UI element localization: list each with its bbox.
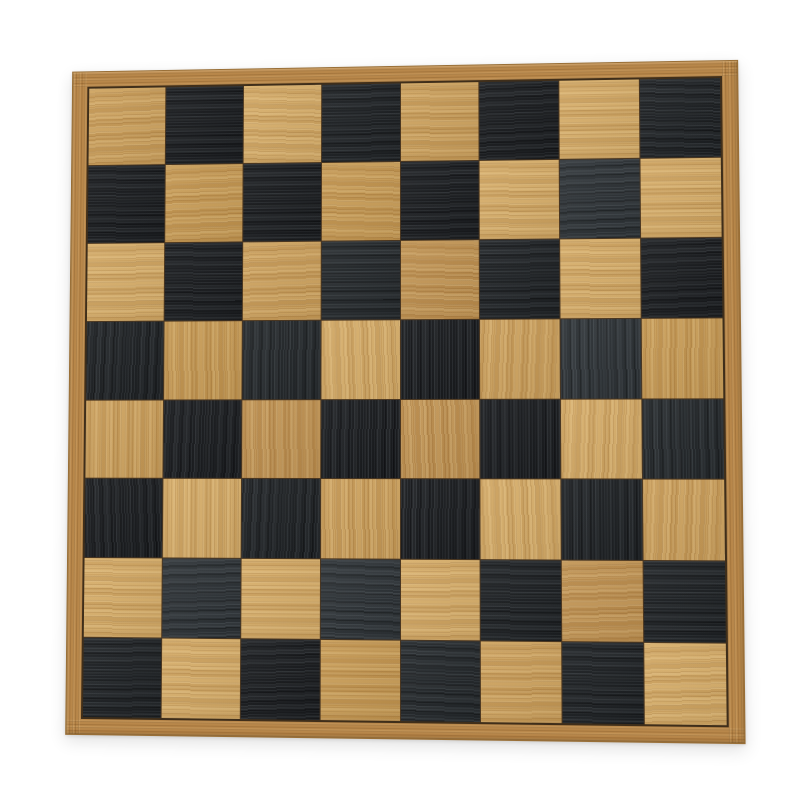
square-c3 bbox=[241, 479, 319, 558]
square-g6 bbox=[560, 238, 640, 318]
square-g1 bbox=[562, 642, 643, 724]
square-h4 bbox=[642, 399, 724, 479]
square-h5 bbox=[642, 318, 723, 398]
square-g4 bbox=[561, 399, 642, 479]
square-c2 bbox=[241, 559, 320, 639]
square-d6 bbox=[321, 241, 399, 320]
square-d8 bbox=[322, 83, 400, 161]
board-perspective-wrapper bbox=[65, 60, 745, 744]
square-e1 bbox=[401, 641, 481, 722]
square-f6 bbox=[480, 239, 560, 318]
square-g3 bbox=[562, 480, 643, 560]
square-d4 bbox=[321, 400, 400, 479]
square-a5 bbox=[86, 321, 163, 399]
square-g5 bbox=[561, 318, 642, 398]
square-f7 bbox=[480, 160, 559, 239]
square-c1 bbox=[241, 639, 320, 720]
square-e2 bbox=[401, 560, 481, 641]
square-g8 bbox=[560, 79, 640, 158]
square-h7 bbox=[641, 158, 722, 238]
square-f3 bbox=[481, 480, 561, 560]
square-b1 bbox=[161, 639, 239, 719]
square-f8 bbox=[480, 81, 559, 160]
square-e7 bbox=[400, 161, 479, 240]
square-d7 bbox=[321, 162, 399, 241]
square-d2 bbox=[320, 560, 399, 640]
square-f4 bbox=[481, 399, 561, 479]
square-f2 bbox=[481, 560, 561, 641]
square-c6 bbox=[243, 241, 321, 319]
square-f5 bbox=[480, 319, 560, 398]
square-d1 bbox=[320, 640, 399, 721]
square-e4 bbox=[400, 399, 479, 478]
square-c5 bbox=[242, 320, 320, 398]
square-e5 bbox=[400, 319, 479, 398]
square-a2 bbox=[84, 558, 162, 637]
square-a3 bbox=[85, 479, 163, 558]
square-h1 bbox=[644, 643, 726, 725]
square-f1 bbox=[481, 642, 562, 724]
square-e3 bbox=[401, 480, 480, 560]
square-h6 bbox=[641, 238, 722, 318]
board-grid bbox=[83, 78, 727, 725]
square-c8 bbox=[243, 85, 320, 163]
square-h3 bbox=[643, 480, 725, 561]
photo-background bbox=[0, 0, 800, 800]
square-a7 bbox=[88, 165, 165, 243]
square-e6 bbox=[400, 240, 479, 319]
square-b8 bbox=[166, 86, 243, 164]
square-b7 bbox=[165, 164, 242, 242]
square-c4 bbox=[242, 400, 320, 479]
board-playing-field bbox=[81, 76, 729, 727]
square-e8 bbox=[400, 82, 478, 161]
wooden-chessboard bbox=[65, 60, 745, 744]
square-g2 bbox=[562, 561, 643, 642]
square-b5 bbox=[164, 321, 242, 399]
square-b4 bbox=[163, 400, 241, 478]
square-b3 bbox=[163, 479, 241, 558]
square-h2 bbox=[644, 561, 726, 642]
square-a4 bbox=[85, 400, 163, 478]
square-g7 bbox=[560, 159, 640, 238]
square-b2 bbox=[162, 559, 240, 639]
square-d5 bbox=[321, 320, 399, 399]
square-b6 bbox=[164, 242, 242, 320]
square-d3 bbox=[321, 479, 400, 559]
square-a1 bbox=[83, 638, 161, 718]
square-a6 bbox=[87, 243, 164, 321]
square-a8 bbox=[89, 87, 166, 165]
square-h8 bbox=[640, 78, 721, 158]
square-c7 bbox=[243, 163, 321, 241]
